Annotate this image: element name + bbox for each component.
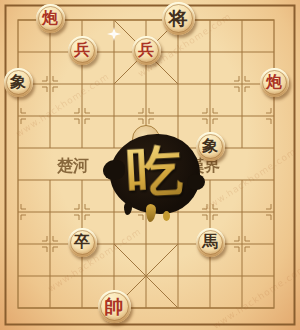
piece-red-soldier[interactable]: 兵: [68, 36, 97, 65]
piece-black-horse[interactable]: 馬: [196, 228, 225, 257]
ink-drip-icon: [124, 202, 132, 215]
piece-red-general[interactable]: 帥: [98, 290, 131, 323]
xiangqi-board[interactable]: www.hackhome.com www.hackhome.com www.ha…: [0, 0, 300, 330]
gold-drip-icon: [163, 211, 170, 221]
piece-black-elephant[interactable]: 象: [4, 68, 33, 97]
piece-red-soldier[interactable]: 兵: [132, 36, 161, 65]
piece-red-cannon[interactable]: 炮: [260, 68, 289, 97]
eat-overlay: 吃: [110, 134, 200, 214]
piece-black-soldier[interactable]: 卒: [68, 228, 97, 257]
piece-black-general[interactable]: 将: [162, 2, 195, 35]
eat-character: 吃: [125, 133, 185, 212]
piece-red-cannon[interactable]: 炮: [36, 4, 65, 33]
